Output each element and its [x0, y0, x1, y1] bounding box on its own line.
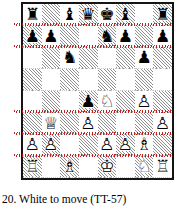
square-g4: ♟♙ — [135, 91, 154, 113]
white-queen-icon: ♕ — [43, 113, 58, 134]
square-e7: ♞♞ — [98, 26, 117, 48]
black-bishop-icon: ♝ — [62, 4, 77, 25]
square-c7 — [60, 26, 79, 48]
black-pawn-icon: ♟ — [136, 47, 151, 68]
square-c5 — [60, 69, 79, 91]
square-b2: ♟♙ — [42, 135, 61, 157]
square-d4: ♟♟ — [79, 91, 98, 113]
square-h3: ♟♙ — [153, 113, 172, 135]
square-g8 — [135, 4, 154, 26]
black-bishop-icon: ♝ — [118, 4, 133, 25]
white-bishop-icon: ♗ — [62, 156, 77, 177]
white-pawn-icon: ♙ — [118, 134, 133, 155]
square-f8: ♝♝ — [116, 4, 135, 26]
square-b4 — [42, 91, 61, 113]
black-pawn-icon: ♟ — [25, 26, 40, 47]
square-e8: ♚♚ — [98, 4, 117, 26]
square-a8: ♜♜ — [23, 4, 42, 26]
square-b6 — [42, 48, 61, 70]
square-c2 — [60, 135, 79, 157]
square-a3 — [23, 113, 42, 135]
square-b3: ♛♕ — [42, 113, 61, 135]
square-f3 — [116, 113, 135, 135]
black-queen-icon: ♛ — [81, 4, 96, 25]
white-bishop-icon: ♗ — [136, 134, 151, 155]
square-c4 — [60, 91, 79, 113]
square-h4 — [153, 91, 172, 113]
square-e6 — [98, 48, 117, 70]
white-knight-icon: ♘ — [99, 91, 114, 112]
square-c6: ♞♞ — [60, 48, 79, 70]
square-e4: ♞♘ — [98, 91, 117, 113]
square-d1 — [79, 156, 98, 178]
white-pawn-icon: ♙ — [81, 113, 96, 134]
white-pawn-icon: ♙ — [136, 91, 151, 112]
square-e1: ♚♔ — [98, 156, 117, 178]
black-rook-icon: ♜ — [25, 4, 40, 25]
square-d2 — [79, 135, 98, 157]
square-e5 — [98, 69, 117, 91]
square-b8 — [42, 4, 61, 26]
square-e2: ♟♙ — [98, 135, 117, 157]
square-a2: ♟♙ — [23, 135, 42, 157]
chess-board: ♜♜♝♝♛♛♚♚♝♝♜♜♟♟♟♟♞♞♟♟♟♟♞♞♟♟♟♟♞♘♟♙♛♕♟♙♟♙♟♙… — [21, 2, 174, 180]
square-f5 — [116, 69, 135, 91]
square-d3: ♟♙ — [79, 113, 98, 135]
square-c8: ♝♝ — [60, 4, 79, 26]
white-pawn-icon: ♙ — [99, 134, 114, 155]
square-a7: ♟♟ — [23, 26, 42, 48]
square-g3 — [135, 113, 154, 135]
black-pawn-icon: ♟ — [81, 91, 96, 112]
white-knight-icon: ♘ — [136, 156, 151, 177]
square-f7: ♟♟ — [116, 26, 135, 48]
square-g6: ♟♟ — [135, 48, 154, 70]
square-a1: ♜♖ — [23, 156, 42, 178]
white-pawn-icon: ♙ — [43, 134, 58, 155]
square-h5 — [153, 69, 172, 91]
square-g1: ♞♘ — [135, 156, 154, 178]
square-b1 — [42, 156, 61, 178]
black-pawn-icon: ♟ — [118, 26, 133, 47]
square-d6 — [79, 48, 98, 70]
square-f6 — [116, 48, 135, 70]
black-knight-icon: ♞ — [99, 26, 114, 47]
square-h8: ♜♜ — [153, 4, 172, 26]
square-f4 — [116, 91, 135, 113]
square-b5 — [42, 69, 61, 91]
square-h6 — [153, 48, 172, 70]
square-g2: ♝♗ — [135, 135, 154, 157]
square-g5 — [135, 69, 154, 91]
square-d5 — [79, 69, 98, 91]
black-pawn-icon: ♟ — [155, 26, 170, 47]
black-king-icon: ♚ — [99, 4, 114, 25]
white-pawn-icon: ♙ — [155, 113, 170, 134]
white-rook-icon: ♖ — [25, 156, 40, 177]
black-pawn-icon: ♟ — [43, 26, 58, 47]
square-d8: ♛♛ — [79, 4, 98, 26]
square-a6 — [23, 48, 42, 70]
square-b7: ♟♟ — [42, 26, 61, 48]
square-a5 — [23, 69, 42, 91]
square-g7 — [135, 26, 154, 48]
black-knight-icon: ♞ — [62, 47, 77, 68]
square-c1: ♝♗ — [60, 156, 79, 178]
white-pawn-icon: ♙ — [25, 134, 40, 155]
square-h1: ♜♖ — [153, 156, 172, 178]
black-rook-icon: ♜ — [155, 4, 170, 25]
square-h2 — [153, 135, 172, 157]
white-rook-icon: ♖ — [155, 156, 170, 177]
square-d7 — [79, 26, 98, 48]
square-c3 — [60, 113, 79, 135]
square-f2: ♟♙ — [116, 135, 135, 157]
square-h7: ♟♟ — [153, 26, 172, 48]
square-a4 — [23, 91, 42, 113]
square-e3 — [98, 113, 117, 135]
diagram-caption: 20. White to move (TT-57) — [2, 193, 126, 205]
chess-board-grid: ♜♜♝♝♛♛♚♚♝♝♜♜♟♟♟♟♞♞♟♟♟♟♞♞♟♟♟♟♞♘♟♙♛♕♟♙♟♙♟♙… — [23, 4, 172, 178]
square-f1 — [116, 156, 135, 178]
white-king-icon: ♔ — [99, 156, 114, 177]
